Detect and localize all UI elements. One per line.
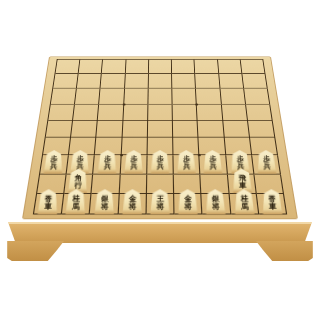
piece-kanji-label: 歩兵 [202,150,224,174]
board-grid: 香車桂馬銀将金将玉将金将銀将桂馬香車飛車角行歩兵歩兵歩兵歩兵歩兵歩兵歩兵歩兵歩兵… [33,59,287,215]
shogi-piece-sente-lance[interactable]: 香車 [36,189,60,215]
board-cell[interactable] [148,121,174,138]
board-cell[interactable]: 銀将 [90,194,119,215]
board-cell[interactable] [198,121,224,138]
board-cell[interactable] [48,104,75,120]
board-cell[interactable]: 角行 [219,74,244,89]
board-cell[interactable] [223,121,250,138]
board-cell[interactable]: 飛車 [77,74,102,89]
shogi-piece-sente-pawn[interactable]: 歩兵 [42,150,65,174]
shogi-board: 香車桂馬銀将金将玉将金将銀将桂馬香車飛車角行歩兵歩兵歩兵歩兵歩兵歩兵歩兵歩兵歩兵… [22,56,298,219]
board-cell[interactable]: 歩兵 [174,155,201,174]
board-cell[interactable] [125,74,149,89]
board-cell[interactable]: 歩兵 [148,89,172,105]
piece-kanji-label: 歩兵 [176,150,198,174]
board-surface: 香車桂馬銀将金将玉将金将銀将桂馬香車飛車角行歩兵歩兵歩兵歩兵歩兵歩兵歩兵歩兵歩兵… [22,56,298,219]
board-cell[interactable]: 桂馬 [218,60,243,74]
board-cell[interactable] [71,121,98,138]
board-cell[interactable] [97,121,123,138]
shogi-piece-sente-pawn[interactable]: 歩兵 [202,150,224,174]
piece-kanji-label: 歩兵 [149,150,171,174]
board-cell[interactable] [148,104,173,120]
board-cell[interactable] [98,104,124,120]
board-cell[interactable]: 王将 [146,194,174,215]
board-cell[interactable] [46,121,74,138]
board-cell[interactable]: 歩兵 [220,89,246,105]
shogi-piece-sente-pawn[interactable]: 歩兵 [149,150,171,174]
board-front-edge [8,222,312,243]
shogi-piece-sente-gold[interactable]: 金将 [177,189,200,215]
board-cell[interactable] [173,104,198,120]
piece-kanji-label: 歩兵 [42,150,65,174]
piece-kanji-label: 王将 [149,189,172,215]
board-foot-right [256,241,314,261]
board-cell[interactable] [173,121,199,138]
board-cell[interactable] [197,104,223,120]
board-cell[interactable] [149,74,173,89]
board-cell[interactable]: 香車 [257,194,288,215]
board-cell[interactable] [123,104,148,120]
board-cell[interactable]: 歩兵 [100,89,125,105]
board-cell[interactable]: 歩兵 [244,89,270,105]
piece-kanji-label: 歩兵 [255,150,278,174]
piece-kanji-label: 金将 [120,189,143,215]
piece-kanji-label: 銀将 [92,189,115,215]
shogi-piece-sente-pawn[interactable]: 歩兵 [96,150,118,174]
board-cell[interactable]: 金将 [174,194,203,215]
shogi-piece-sente-king[interactable]: 王将 [149,189,172,215]
board-cell[interactable]: 桂馬 [229,194,259,215]
board-cell[interactable] [242,74,268,89]
shogi-piece-sente-silver[interactable]: 銀将 [92,189,115,215]
piece-kanji-label: 銀将 [204,189,227,215]
board-cell[interactable] [37,174,67,194]
piece-kanji-label: 香車 [260,189,284,215]
board-cell[interactable] [246,104,273,120]
board-cell[interactable] [73,104,99,120]
board-cell[interactable]: 金将 [125,60,149,74]
board-cell[interactable]: 銀将 [102,60,126,74]
shogi-piece-sente-gold[interactable]: 金将 [120,189,143,215]
board-cell[interactable]: 銀将 [195,60,219,74]
shogi-piece-sente-silver[interactable]: 銀将 [204,189,227,215]
board-cell[interactable]: 桂馬 [79,60,104,74]
board-cell[interactable]: 歩兵 [51,89,77,105]
board-cell[interactable]: 歩兵 [252,155,281,174]
board-cell[interactable]: 歩兵 [124,89,149,105]
board-cell[interactable] [53,74,79,89]
board-cell[interactable]: 香車 [34,194,65,215]
board-cell[interactable]: 金将 [118,194,146,215]
board-cell[interactable]: 歩兵 [40,155,69,174]
board-cell[interactable]: 歩兵 [196,89,221,105]
board-cell[interactable]: 歩兵 [147,155,174,174]
board-cell[interactable]: 香車 [55,60,80,74]
board-cell[interactable]: 歩兵 [172,89,197,105]
board-cell[interactable] [195,74,220,89]
piece-kanji-label: 香車 [36,189,60,215]
board-cell[interactable] [172,74,196,89]
piece-kanji-label: 歩兵 [122,150,144,174]
board-cell[interactable]: 香車 [240,60,265,74]
board-foot-left [6,241,64,261]
piece-kanji-label: 金将 [177,189,200,215]
board-cell[interactable] [221,104,247,120]
board-cell[interactable]: 玉将 [149,60,172,74]
scene: 香車桂馬銀将金将玉将金将銀将桂馬香車飛車角行歩兵歩兵歩兵歩兵歩兵歩兵歩兵歩兵歩兵… [0,0,320,320]
board-cell[interactable]: 桂馬 [62,194,92,215]
piece-kanji-label: 歩兵 [96,150,118,174]
board-cell[interactable]: 銀将 [202,194,231,215]
shogi-piece-sente-pawn[interactable]: 歩兵 [255,150,278,174]
board-cell[interactable] [122,121,148,138]
board-cell[interactable]: 歩兵 [120,155,147,174]
shogi-piece-sente-pawn[interactable]: 歩兵 [176,150,198,174]
board-cell[interactable]: 歩兵 [94,155,122,174]
board-cell[interactable] [248,121,276,138]
board-cell[interactable]: 金将 [172,60,196,74]
shogi-piece-sente-pawn[interactable]: 歩兵 [122,150,144,174]
shogi-piece-sente-lance[interactable]: 香車 [260,189,284,215]
board-cell[interactable]: 歩兵 [75,89,101,105]
board-cell[interactable]: 歩兵 [200,155,228,174]
board-cell[interactable] [101,74,126,89]
